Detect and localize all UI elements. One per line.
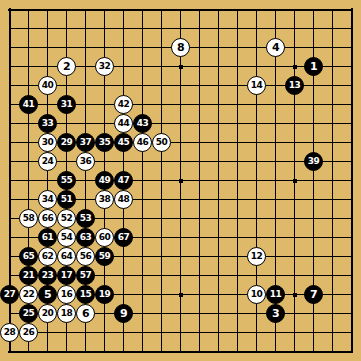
stone-black-1[interactable]: 1 [304, 57, 323, 76]
stone-number: 29 [61, 138, 73, 147]
stone-black-59[interactable]: 59 [95, 247, 114, 266]
stone-number: 61 [42, 233, 54, 242]
stone-number: 38 [99, 195, 111, 204]
stone-number: 35 [99, 138, 111, 147]
stone-number: 36 [80, 157, 92, 166]
stone-white-46[interactable]: 46 [133, 133, 152, 152]
stone-white-4[interactable]: 4 [266, 38, 285, 57]
stone-black-37[interactable]: 37 [76, 133, 95, 152]
stone-number: 62 [42, 252, 54, 261]
stone-black-31[interactable]: 31 [57, 95, 76, 114]
stone-number: 60 [99, 233, 111, 242]
stone-number: 59 [99, 252, 111, 261]
stone-number: 4 [272, 42, 279, 53]
stone-black-65[interactable]: 65 [19, 247, 38, 266]
stone-number: 13 [289, 81, 301, 90]
stone-black-29[interactable]: 29 [57, 133, 76, 152]
stone-white-42[interactable]: 42 [114, 95, 133, 114]
stone-black-35[interactable]: 35 [95, 133, 114, 152]
stone-black-57[interactable]: 57 [76, 266, 95, 285]
stone-number: 53 [80, 214, 92, 223]
stone-white-24[interactable]: 24 [38, 152, 57, 171]
stone-number: 3 [272, 308, 279, 319]
stone-number: 5 [44, 289, 51, 300]
stone-black-19[interactable]: 19 [95, 285, 114, 304]
stone-number: 39 [308, 157, 320, 166]
grid-line-vertical [351, 8, 353, 353]
stone-white-34[interactable]: 34 [38, 190, 57, 209]
stone-black-45[interactable]: 45 [114, 133, 133, 152]
stone-number: 18 [61, 309, 73, 318]
stone-number: 42 [118, 100, 130, 109]
star-point [179, 65, 183, 69]
star-point [179, 179, 183, 183]
stone-black-55[interactable]: 55 [57, 171, 76, 190]
stone-number: 16 [61, 290, 73, 299]
stone-number: 27 [4, 290, 16, 299]
stone-number: 51 [61, 195, 73, 204]
go-board[interactable]: 1234567891011121314151617181920212223242… [0, 0, 361, 361]
stone-white-18[interactable]: 18 [57, 304, 76, 323]
star-point [179, 293, 183, 297]
grid-line-vertical [237, 9, 238, 352]
stone-number: 7 [310, 289, 317, 300]
stone-black-47[interactable]: 47 [114, 171, 133, 190]
stone-black-25[interactable]: 25 [19, 304, 38, 323]
stone-number: 67 [118, 233, 130, 242]
stone-white-62[interactable]: 62 [38, 247, 57, 266]
stone-number: 41 [23, 100, 35, 109]
stone-black-33[interactable]: 33 [38, 114, 57, 133]
stone-number: 63 [80, 233, 92, 242]
stone-white-66[interactable]: 66 [38, 209, 57, 228]
stone-number: 37 [80, 138, 92, 147]
stone-number: 45 [118, 138, 130, 147]
stone-white-26[interactable]: 26 [19, 323, 38, 342]
grid-line-horizontal [9, 332, 352, 333]
stone-number: 52 [61, 214, 73, 223]
stone-white-56[interactable]: 56 [76, 247, 95, 266]
stone-black-9[interactable]: 9 [114, 304, 133, 323]
grid-line-horizontal [8, 351, 353, 353]
stone-black-7[interactable]: 7 [304, 285, 323, 304]
stone-number: 10 [251, 290, 263, 299]
star-point [293, 293, 297, 297]
stone-black-17[interactable]: 17 [57, 266, 76, 285]
stone-number: 58 [23, 214, 35, 223]
stone-number: 8 [177, 42, 184, 53]
stone-black-41[interactable]: 41 [19, 95, 38, 114]
stone-number: 33 [42, 119, 54, 128]
stone-number: 48 [118, 195, 130, 204]
star-point [293, 65, 297, 69]
stone-number: 57 [80, 271, 92, 280]
stone-white-36[interactable]: 36 [76, 152, 95, 171]
stone-black-27[interactable]: 27 [0, 285, 19, 304]
stone-number: 43 [137, 119, 149, 128]
stone-number: 25 [23, 309, 35, 318]
stone-white-48[interactable]: 48 [114, 190, 133, 209]
stone-number: 15 [80, 290, 92, 299]
stone-number: 2 [63, 61, 70, 72]
grid-line-vertical [199, 9, 200, 352]
stone-number: 32 [99, 62, 111, 71]
stone-number: 46 [137, 138, 149, 147]
stone-number: 56 [80, 252, 92, 261]
stone-white-60[interactable]: 60 [95, 228, 114, 247]
stone-number: 40 [42, 81, 54, 90]
stone-white-32[interactable]: 32 [95, 57, 114, 76]
stone-white-8[interactable]: 8 [171, 38, 190, 57]
stone-white-22[interactable]: 22 [19, 285, 38, 304]
stone-black-53[interactable]: 53 [76, 209, 95, 228]
stone-number: 6 [82, 308, 89, 319]
stone-black-63[interactable]: 63 [76, 228, 95, 247]
stone-number: 64 [61, 252, 73, 261]
stone-white-64[interactable]: 64 [57, 247, 76, 266]
stone-white-44[interactable]: 44 [114, 114, 133, 133]
stone-number: 24 [42, 157, 54, 166]
stone-black-3[interactable]: 3 [266, 304, 285, 323]
stone-black-39[interactable]: 39 [304, 152, 323, 171]
stone-number: 14 [251, 81, 263, 90]
stone-number: 47 [118, 176, 130, 185]
stone-number: 30 [42, 138, 54, 147]
star-point [293, 179, 297, 183]
stone-white-30[interactable]: 30 [38, 133, 57, 152]
stone-number: 44 [118, 119, 130, 128]
stone-white-16[interactable]: 16 [57, 285, 76, 304]
stone-white-2[interactable]: 2 [57, 57, 76, 76]
stone-number: 55 [61, 176, 73, 185]
stone-number: 9 [120, 308, 127, 319]
stone-black-43[interactable]: 43 [133, 114, 152, 133]
stone-number: 12 [251, 252, 263, 261]
stone-number: 26 [23, 328, 35, 337]
stone-black-21[interactable]: 21 [19, 266, 38, 285]
stone-black-15[interactable]: 15 [76, 285, 95, 304]
stone-black-5[interactable]: 5 [38, 285, 57, 304]
grid-line-vertical [332, 9, 333, 352]
stone-black-61[interactable]: 61 [38, 228, 57, 247]
stone-number: 31 [61, 100, 73, 109]
stone-number: 50 [156, 138, 168, 147]
stone-black-13[interactable]: 13 [285, 76, 304, 95]
stone-number: 34 [42, 195, 54, 204]
stone-number: 19 [99, 290, 111, 299]
stone-number: 66 [42, 214, 54, 223]
stone-white-6[interactable]: 6 [76, 304, 95, 323]
stone-white-58[interactable]: 58 [19, 209, 38, 228]
stone-white-14[interactable]: 14 [247, 76, 266, 95]
stone-white-10[interactable]: 10 [247, 285, 266, 304]
stone-number: 20 [42, 309, 54, 318]
stone-number: 23 [42, 271, 54, 280]
grid-line-vertical [218, 9, 219, 352]
stone-number: 49 [99, 176, 111, 185]
stone-black-49[interactable]: 49 [95, 171, 114, 190]
stone-number: 21 [23, 271, 35, 280]
stone-white-50[interactable]: 50 [152, 133, 171, 152]
stone-number: 22 [23, 290, 35, 299]
stone-black-67[interactable]: 67 [114, 228, 133, 247]
stone-number: 65 [23, 252, 35, 261]
stone-black-11[interactable]: 11 [266, 285, 285, 304]
stone-black-23[interactable]: 23 [38, 266, 57, 285]
stone-number: 11 [270, 290, 282, 299]
stone-white-52[interactable]: 52 [57, 209, 76, 228]
stone-white-54[interactable]: 54 [57, 228, 76, 247]
stone-number: 17 [61, 271, 73, 280]
stone-black-51[interactable]: 51 [57, 190, 76, 209]
stone-number: 54 [61, 233, 73, 242]
stone-white-28[interactable]: 28 [0, 323, 19, 342]
stone-white-12[interactable]: 12 [247, 247, 266, 266]
stone-white-20[interactable]: 20 [38, 304, 57, 323]
stone-number: 1 [310, 61, 317, 72]
stone-number: 28 [4, 328, 16, 337]
stone-white-38[interactable]: 38 [95, 190, 114, 209]
stone-white-40[interactable]: 40 [38, 76, 57, 95]
